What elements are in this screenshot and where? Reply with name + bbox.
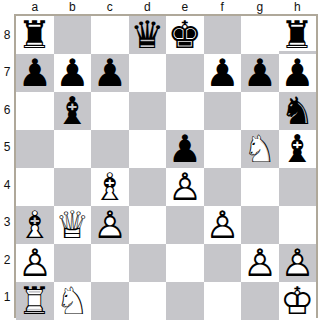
square-h6[interactable]: ♞ (279, 92, 317, 130)
square-d8[interactable]: ♛ (129, 16, 167, 54)
square-c3[interactable]: ♟♙ (91, 206, 129, 244)
piece-white-knight: ♞♘ (243, 130, 277, 168)
rank-label-6: 6 (0, 91, 14, 129)
piece-black-pawn: ♟ (18, 54, 52, 92)
square-e1[interactable] (166, 282, 204, 320)
square-c7[interactable]: ♟ (91, 54, 129, 92)
square-h5[interactable]: ♝ (279, 130, 317, 168)
square-b7[interactable]: ♟ (54, 54, 92, 92)
piece-white-pawn: ♟♙ (243, 244, 277, 282)
white-piece-outline-layer: ♘ (243, 127, 277, 171)
square-c4[interactable]: ♝♗ (91, 168, 129, 206)
square-f6[interactable] (204, 92, 242, 130)
piece-white-pawn: ♟♙ (93, 206, 127, 244)
rank-label-2: 2 (0, 241, 14, 279)
board-grid: ♜♛♚♜♟♟♟♟♟♟♝♞♟♞♘♝♝♗♟♙♝♗♛♕♟♙♟♙♟♙♟♙♟♙♜♖♞♘♚♔ (16, 16, 316, 316)
white-piece-outline-layer: ♙ (93, 203, 127, 247)
square-a5[interactable] (16, 130, 54, 168)
rank-label-4: 4 (0, 166, 14, 204)
square-c8[interactable] (91, 16, 129, 54)
piece-white-pawn: ♟♙ (280, 244, 314, 282)
square-e2[interactable] (166, 244, 204, 282)
rank-label-3: 3 (0, 204, 14, 242)
file-label-g: g (241, 0, 279, 14)
square-f4[interactable] (204, 168, 242, 206)
square-b5[interactable] (54, 130, 92, 168)
file-label-c: c (91, 0, 129, 14)
square-c2[interactable] (91, 244, 129, 282)
piece-black-rook: ♜ (280, 16, 314, 54)
square-d7[interactable] (129, 54, 167, 92)
square-c6[interactable] (91, 92, 129, 130)
rank-label-5: 5 (0, 129, 14, 167)
square-a4[interactable] (16, 168, 54, 206)
square-b6[interactable]: ♝ (54, 92, 92, 130)
square-h3[interactable] (279, 206, 317, 244)
white-piece-outline-layer: ♖ (18, 279, 52, 320)
piece-white-pawn: ♟♙ (18, 244, 52, 282)
square-e6[interactable] (166, 92, 204, 130)
square-a2[interactable]: ♟♙ (16, 244, 54, 282)
square-g3[interactable] (241, 206, 279, 244)
piece-black-queen: ♛ (130, 16, 164, 54)
square-e7[interactable] (166, 54, 204, 92)
white-piece-outline-layer: ♙ (205, 203, 239, 247)
file-label-a: a (16, 0, 54, 14)
square-h1[interactable]: ♚♔ (279, 282, 317, 320)
rank-label-7: 7 (0, 54, 14, 92)
file-label-h: h (279, 0, 317, 14)
file-label-f: f (204, 0, 242, 14)
square-f1[interactable] (204, 282, 242, 320)
piece-white-knight: ♞♘ (55, 282, 89, 320)
piece-white-queen: ♛♕ (55, 206, 89, 244)
square-f2[interactable] (204, 244, 242, 282)
piece-white-pawn: ♟♙ (168, 168, 202, 206)
rank-labels: 87654321 (0, 16, 14, 316)
white-piece-outline-layer: ♔ (280, 279, 314, 320)
piece-white-bishop: ♝♗ (18, 206, 52, 244)
square-h4[interactable] (279, 168, 317, 206)
square-b4[interactable] (54, 168, 92, 206)
square-a7[interactable]: ♟ (16, 54, 54, 92)
piece-black-pawn: ♟ (168, 130, 202, 168)
square-b1[interactable]: ♞♘ (54, 282, 92, 320)
piece-white-rook: ♜♖ (18, 282, 52, 320)
chess-diagram: abcdefgh 87654321 ♜♛♚♜♟♟♟♟♟♟♝♞♟♞♘♝♝♗♟♙♝♗… (0, 0, 320, 320)
square-a6[interactable] (16, 92, 54, 130)
file-label-e: e (166, 0, 204, 14)
white-piece-outline-layer: ♙ (243, 241, 277, 285)
square-d2[interactable] (129, 244, 167, 282)
file-labels: abcdefgh (16, 0, 316, 14)
square-e3[interactable] (166, 206, 204, 244)
piece-black-king: ♚ (168, 16, 202, 54)
square-g4[interactable] (241, 168, 279, 206)
square-f5[interactable] (204, 130, 242, 168)
square-g6[interactable] (241, 92, 279, 130)
square-h8[interactable]: ♜ (279, 16, 317, 54)
square-g1[interactable] (241, 282, 279, 320)
piece-black-bishop: ♝ (280, 130, 314, 168)
board-frame: ♜♛♚♜♟♟♟♟♟♟♝♞♟♞♘♝♝♗♟♙♝♗♛♕♟♙♟♙♟♙♟♙♟♙♜♖♞♘♚♔ (14, 14, 318, 318)
white-piece-outline-layer: ♙ (168, 165, 202, 209)
piece-black-pawn: ♟ (243, 54, 277, 92)
square-f7[interactable]: ♟ (204, 54, 242, 92)
square-g2[interactable]: ♟♙ (241, 244, 279, 282)
piece-black-pawn: ♟ (280, 54, 314, 92)
white-piece-outline-layer: ♕ (55, 203, 89, 247)
square-b2[interactable] (54, 244, 92, 282)
square-b8[interactable] (54, 16, 92, 54)
square-e8[interactable]: ♚ (166, 16, 204, 54)
square-d3[interactable] (129, 206, 167, 244)
square-g8[interactable] (241, 16, 279, 54)
rank-label-1: 1 (0, 279, 14, 317)
piece-black-pawn: ♟ (55, 54, 89, 92)
file-label-d: d (129, 0, 167, 14)
square-g5[interactable]: ♞♘ (241, 130, 279, 168)
square-h7[interactable]: ♟ (279, 54, 317, 92)
square-a8[interactable]: ♜ (16, 16, 54, 54)
square-e4[interactable]: ♟♙ (166, 168, 204, 206)
file-label-b: b (54, 0, 92, 14)
piece-white-king: ♚♔ (280, 282, 314, 320)
square-b3[interactable]: ♛♕ (54, 206, 92, 244)
square-d5[interactable] (129, 130, 167, 168)
square-f8[interactable] (204, 16, 242, 54)
square-c5[interactable] (91, 130, 129, 168)
piece-white-pawn: ♟♙ (205, 206, 239, 244)
square-h2[interactable]: ♟♙ (279, 244, 317, 282)
piece-black-pawn: ♟ (205, 54, 239, 92)
square-a1[interactable]: ♜♖ (16, 282, 54, 320)
square-e5[interactable]: ♟ (166, 130, 204, 168)
square-g7[interactable]: ♟ (241, 54, 279, 92)
square-f3[interactable]: ♟♙ (204, 206, 242, 244)
square-a3[interactable]: ♝♗ (16, 206, 54, 244)
piece-black-knight: ♞ (280, 92, 314, 130)
rank-label-8: 8 (0, 16, 14, 54)
white-piece-outline-layer: ♘ (55, 279, 89, 320)
square-d4[interactable] (129, 168, 167, 206)
square-d6[interactable] (129, 92, 167, 130)
piece-black-rook: ♜ (18, 16, 52, 54)
square-d1[interactable] (129, 282, 167, 320)
piece-black-pawn: ♟ (93, 54, 127, 92)
piece-black-bishop: ♝ (55, 92, 89, 130)
square-c1[interactable] (91, 282, 129, 320)
piece-white-bishop: ♝♗ (93, 168, 127, 206)
